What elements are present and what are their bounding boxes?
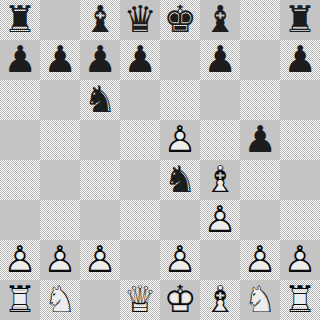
square-c2[interactable]: ♟♙ bbox=[80, 240, 120, 280]
square-c3[interactable] bbox=[80, 200, 120, 240]
square-d5[interactable] bbox=[120, 120, 160, 160]
white-queen: ♛♕ bbox=[120, 280, 160, 320]
square-g3[interactable] bbox=[240, 200, 280, 240]
square-a7[interactable]: ♟ bbox=[0, 40, 40, 80]
black-pawn: ♟ bbox=[0, 40, 40, 80]
piece-outline-glyph: ♙ bbox=[200, 200, 240, 240]
piece-outline-glyph: ♗ bbox=[200, 160, 240, 200]
piece-glyph: ♞ bbox=[160, 160, 200, 200]
piece-glyph: ♟ bbox=[280, 40, 320, 80]
piece-fill-glyph: ♛ bbox=[120, 280, 160, 320]
square-e1[interactable]: ♚♔ bbox=[160, 280, 200, 320]
square-a1[interactable]: ♜♖ bbox=[0, 280, 40, 320]
white-pawn: ♟♙ bbox=[40, 240, 80, 280]
square-d2[interactable] bbox=[120, 240, 160, 280]
white-pawn: ♟♙ bbox=[240, 240, 280, 280]
square-d8[interactable]: ♛ bbox=[120, 0, 160, 40]
square-f7[interactable]: ♟ bbox=[200, 40, 240, 80]
square-e3[interactable] bbox=[160, 200, 200, 240]
square-f3[interactable]: ♟♙ bbox=[200, 200, 240, 240]
white-rook: ♜♖ bbox=[0, 280, 40, 320]
piece-fill-glyph: ♜ bbox=[280, 280, 320, 320]
piece-glyph: ♟ bbox=[200, 40, 240, 80]
piece-glyph: ♚ bbox=[160, 0, 200, 40]
square-f2[interactable] bbox=[200, 240, 240, 280]
square-b6[interactable] bbox=[40, 80, 80, 120]
piece-outline-glyph: ♙ bbox=[160, 120, 200, 160]
square-b3[interactable] bbox=[40, 200, 80, 240]
piece-outline-glyph: ♙ bbox=[280, 240, 320, 280]
white-pawn: ♟♙ bbox=[160, 240, 200, 280]
square-c6[interactable]: ♞ bbox=[80, 80, 120, 120]
black-rook: ♜ bbox=[280, 0, 320, 40]
piece-fill-glyph: ♟ bbox=[240, 240, 280, 280]
piece-outline-glyph: ♕ bbox=[120, 280, 160, 320]
piece-fill-glyph: ♟ bbox=[0, 240, 40, 280]
square-b1[interactable]: ♞♘ bbox=[40, 280, 80, 320]
square-c5[interactable] bbox=[80, 120, 120, 160]
square-f4[interactable]: ♝♗ bbox=[200, 160, 240, 200]
black-knight: ♞ bbox=[160, 160, 200, 200]
black-pawn: ♟ bbox=[80, 40, 120, 80]
piece-outline-glyph: ♔ bbox=[160, 280, 200, 320]
black-bishop: ♝ bbox=[200, 0, 240, 40]
white-king: ♚♔ bbox=[160, 280, 200, 320]
square-e6[interactable] bbox=[160, 80, 200, 120]
piece-fill-glyph: ♝ bbox=[200, 160, 240, 200]
square-a6[interactable] bbox=[0, 80, 40, 120]
square-g7[interactable] bbox=[240, 40, 280, 80]
square-h3[interactable] bbox=[280, 200, 320, 240]
piece-fill-glyph: ♟ bbox=[200, 200, 240, 240]
square-b7[interactable]: ♟ bbox=[40, 40, 80, 80]
piece-outline-glyph: ♖ bbox=[0, 280, 40, 320]
piece-fill-glyph: ♟ bbox=[40, 240, 80, 280]
piece-glyph: ♟ bbox=[240, 120, 280, 160]
square-h1[interactable]: ♜♖ bbox=[280, 280, 320, 320]
white-rook: ♜♖ bbox=[280, 280, 320, 320]
piece-outline-glyph: ♙ bbox=[40, 240, 80, 280]
piece-fill-glyph: ♜ bbox=[0, 280, 40, 320]
square-e4[interactable]: ♞ bbox=[160, 160, 200, 200]
square-d1[interactable]: ♛♕ bbox=[120, 280, 160, 320]
piece-outline-glyph: ♙ bbox=[240, 240, 280, 280]
square-c1[interactable] bbox=[80, 280, 120, 320]
white-pawn: ♟♙ bbox=[0, 240, 40, 280]
square-b5[interactable] bbox=[40, 120, 80, 160]
piece-fill-glyph: ♟ bbox=[160, 120, 200, 160]
square-f1[interactable]: ♝♗ bbox=[200, 280, 240, 320]
square-d6[interactable] bbox=[120, 80, 160, 120]
piece-glyph: ♝ bbox=[80, 0, 120, 40]
square-c7[interactable]: ♟ bbox=[80, 40, 120, 80]
white-knight: ♞♘ bbox=[40, 280, 80, 320]
piece-outline-glyph: ♘ bbox=[240, 280, 280, 320]
black-rook: ♜ bbox=[0, 0, 40, 40]
square-e5[interactable]: ♟♙ bbox=[160, 120, 200, 160]
square-h8[interactable]: ♜ bbox=[280, 0, 320, 40]
piece-fill-glyph: ♝ bbox=[200, 280, 240, 320]
piece-glyph: ♛ bbox=[120, 0, 160, 40]
white-pawn: ♟♙ bbox=[80, 240, 120, 280]
piece-glyph: ♜ bbox=[280, 0, 320, 40]
black-king: ♚ bbox=[160, 0, 200, 40]
piece-outline-glyph: ♙ bbox=[0, 240, 40, 280]
square-a8[interactable]: ♜ bbox=[0, 0, 40, 40]
white-pawn: ♟♙ bbox=[200, 200, 240, 240]
square-f5[interactable] bbox=[200, 120, 240, 160]
chess-board: ♜♝♛♚♝♜♟♟♟♟♟♟♞♟♙♟♞♝♗♟♙♟♙♟♙♟♙♟♙♟♙♟♙♜♖♞♘♛♕♚… bbox=[0, 0, 320, 320]
piece-glyph: ♟ bbox=[80, 40, 120, 80]
white-pawn: ♟♙ bbox=[280, 240, 320, 280]
square-f6[interactable] bbox=[200, 80, 240, 120]
black-pawn: ♟ bbox=[280, 40, 320, 80]
piece-outline-glyph: ♙ bbox=[80, 240, 120, 280]
piece-glyph: ♝ bbox=[200, 0, 240, 40]
square-e7[interactable] bbox=[160, 40, 200, 80]
square-a3[interactable] bbox=[0, 200, 40, 240]
square-d3[interactable] bbox=[120, 200, 160, 240]
piece-glyph: ♟ bbox=[40, 40, 80, 80]
white-pawn: ♟♙ bbox=[160, 120, 200, 160]
square-a2[interactable]: ♟♙ bbox=[0, 240, 40, 280]
square-d7[interactable]: ♟ bbox=[120, 40, 160, 80]
square-b4[interactable] bbox=[40, 160, 80, 200]
piece-outline-glyph: ♗ bbox=[200, 280, 240, 320]
square-e2[interactable]: ♟♙ bbox=[160, 240, 200, 280]
white-bishop: ♝♗ bbox=[200, 280, 240, 320]
square-f8[interactable]: ♝ bbox=[200, 0, 240, 40]
piece-glyph: ♞ bbox=[80, 80, 120, 120]
black-pawn: ♟ bbox=[200, 40, 240, 80]
square-g6[interactable] bbox=[240, 80, 280, 120]
black-pawn: ♟ bbox=[240, 120, 280, 160]
square-g1[interactable]: ♞♘ bbox=[240, 280, 280, 320]
piece-glyph: ♟ bbox=[120, 40, 160, 80]
piece-fill-glyph: ♚ bbox=[160, 280, 200, 320]
black-bishop: ♝ bbox=[80, 0, 120, 40]
black-queen: ♛ bbox=[120, 0, 160, 40]
piece-fill-glyph: ♞ bbox=[40, 280, 80, 320]
black-pawn: ♟ bbox=[120, 40, 160, 80]
white-knight: ♞♘ bbox=[240, 280, 280, 320]
square-d4[interactable] bbox=[120, 160, 160, 200]
piece-fill-glyph: ♟ bbox=[280, 240, 320, 280]
square-h2[interactable]: ♟♙ bbox=[280, 240, 320, 280]
square-g5[interactable]: ♟ bbox=[240, 120, 280, 160]
square-b2[interactable]: ♟♙ bbox=[40, 240, 80, 280]
square-g8[interactable] bbox=[240, 0, 280, 40]
square-a4[interactable] bbox=[0, 160, 40, 200]
white-bishop: ♝♗ bbox=[200, 160, 240, 200]
square-e8[interactable]: ♚ bbox=[160, 0, 200, 40]
black-knight: ♞ bbox=[80, 80, 120, 120]
square-g4[interactable] bbox=[240, 160, 280, 200]
square-h7[interactable]: ♟ bbox=[280, 40, 320, 80]
square-h4[interactable] bbox=[280, 160, 320, 200]
square-h6[interactable] bbox=[280, 80, 320, 120]
square-c4[interactable] bbox=[80, 160, 120, 200]
square-c8[interactable]: ♝ bbox=[80, 0, 120, 40]
piece-glyph: ♟ bbox=[0, 40, 40, 80]
piece-fill-glyph: ♟ bbox=[160, 240, 200, 280]
black-pawn: ♟ bbox=[40, 40, 80, 80]
piece-fill-glyph: ♟ bbox=[80, 240, 120, 280]
square-b8[interactable] bbox=[40, 0, 80, 40]
piece-outline-glyph: ♙ bbox=[160, 240, 200, 280]
square-g2[interactable]: ♟♙ bbox=[240, 240, 280, 280]
piece-glyph: ♜ bbox=[0, 0, 40, 40]
square-h5[interactable] bbox=[280, 120, 320, 160]
square-a5[interactable] bbox=[0, 120, 40, 160]
piece-fill-glyph: ♞ bbox=[240, 280, 280, 320]
piece-outline-glyph: ♘ bbox=[40, 280, 80, 320]
piece-outline-glyph: ♖ bbox=[280, 280, 320, 320]
